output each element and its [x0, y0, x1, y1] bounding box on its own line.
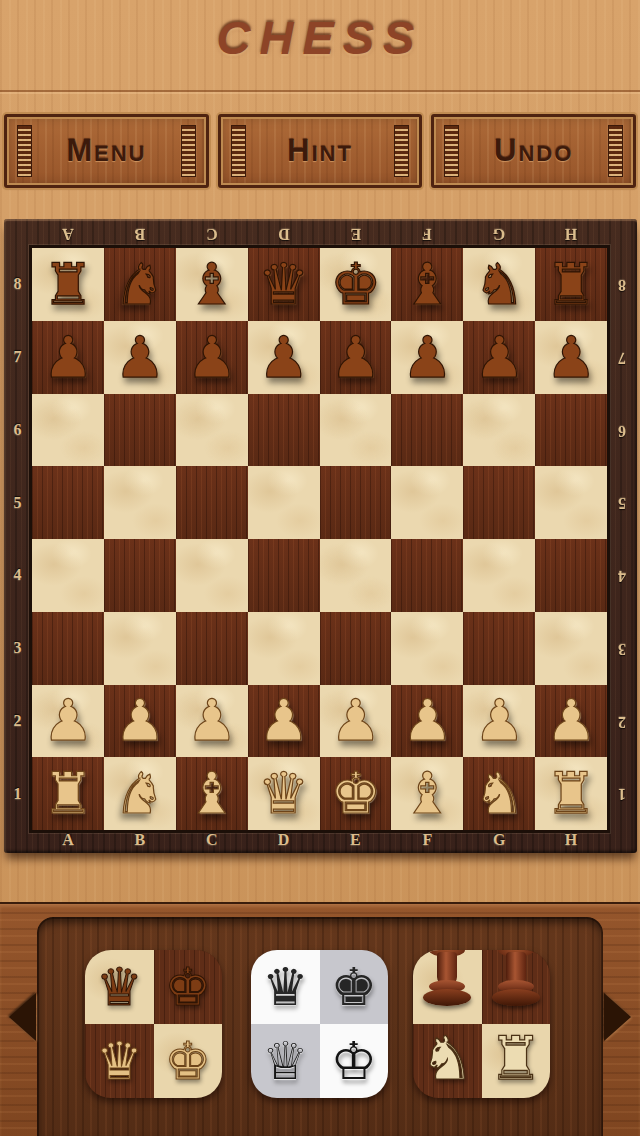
square-h7[interactable]: ♟	[535, 321, 607, 394]
square-f7[interactable]: ♟	[391, 321, 463, 394]
theme-tile-wood[interactable]: ♛♚♛♚	[85, 950, 222, 1098]
square-c5[interactable]	[176, 466, 248, 539]
square-h2[interactable]: ♟	[535, 685, 607, 758]
black-queen[interactable]: ♛	[258, 256, 309, 313]
square-b2[interactable]: ♟	[104, 685, 176, 758]
button-ornament-icon	[444, 125, 459, 177]
square-c6[interactable]	[176, 394, 248, 467]
square-d4[interactable]	[248, 539, 320, 612]
white-pawn[interactable]: ♟	[114, 692, 165, 749]
square-e4[interactable]	[320, 539, 392, 612]
square-f3[interactable]	[391, 612, 463, 685]
theme-preview-king-icon: ♚	[164, 1035, 211, 1087]
button-ornament-icon	[17, 125, 32, 177]
theme-tile-classic[interactable]: ♛♚♕♔	[251, 950, 388, 1098]
theme-tile-cell: ♛	[85, 950, 154, 1024]
square-g5[interactable]	[463, 466, 535, 539]
black-pawn[interactable]: ♟	[546, 329, 597, 386]
square-a2[interactable]: ♟	[32, 685, 104, 758]
square-d5[interactable]	[248, 466, 320, 539]
theme-preview-king-icon: ♔	[330, 1035, 377, 1087]
black-pawn[interactable]: ♟	[114, 329, 165, 386]
board-squares: ♜♞♝♛♚♝♞♜♟♟♟♟♟♟♟♟♟♟♟♟♟♟♟♟♜♞♝♛♚♝♞♜	[32, 248, 607, 830]
square-g8[interactable]: ♞	[463, 248, 535, 321]
menu-button-label: Menu	[66, 133, 146, 169]
white-rook[interactable]: ♜	[546, 765, 597, 822]
square-e1[interactable]: ♚	[320, 757, 392, 830]
square-h3[interactable]	[535, 612, 607, 685]
square-f8[interactable]: ♝	[391, 248, 463, 321]
button-ornament-icon	[231, 125, 246, 177]
theme-tile-cell	[413, 950, 482, 1024]
button-ornament-icon	[394, 125, 409, 177]
square-f1[interactable]: ♝	[391, 757, 463, 830]
square-e2[interactable]: ♟	[320, 685, 392, 758]
theme-preview-knight-icon: ♞	[420, 1028, 474, 1088]
hint-button-label: Hint	[287, 133, 353, 169]
white-rook[interactable]: ♜	[42, 765, 93, 822]
black-pawn[interactable]: ♟	[402, 329, 453, 386]
white-pawn[interactable]: ♟	[474, 692, 525, 749]
square-c4[interactable]	[176, 539, 248, 612]
square-e6[interactable]	[320, 394, 392, 467]
square-g6[interactable]	[463, 394, 535, 467]
square-d1[interactable]: ♛	[248, 757, 320, 830]
square-h1[interactable]: ♜	[535, 757, 607, 830]
square-b1[interactable]: ♞	[104, 757, 176, 830]
3d-piece-base-icon	[482, 950, 551, 1024]
chess-app-screen: CHESS Menu Hint Undo ABCDEFGH ABCDEFGH 8…	[0, 0, 640, 1136]
black-bishop[interactable]: ♝	[402, 256, 453, 313]
theme-preview-rook-icon: ♜	[489, 1028, 543, 1088]
square-b6[interactable]	[104, 394, 176, 467]
square-b4[interactable]	[104, 539, 176, 612]
square-h6[interactable]	[535, 394, 607, 467]
white-pawn[interactable]: ♟	[258, 692, 309, 749]
white-pawn[interactable]: ♟	[186, 692, 237, 749]
hint-button[interactable]: Hint	[218, 114, 423, 188]
black-knight[interactable]: ♞	[114, 256, 165, 313]
carousel-right-arrow-icon[interactable]	[604, 993, 631, 1041]
square-a6[interactable]	[32, 394, 104, 467]
white-queen[interactable]: ♛	[258, 765, 309, 822]
square-d8[interactable]: ♛	[248, 248, 320, 321]
theme-tile-cell: ♕	[251, 1024, 320, 1098]
white-knight[interactable]: ♞	[474, 765, 525, 822]
black-knight[interactable]: ♞	[474, 256, 525, 313]
white-pawn[interactable]: ♟	[546, 692, 597, 749]
black-pawn[interactable]: ♟	[330, 329, 381, 386]
square-d3[interactable]	[248, 612, 320, 685]
square-c1[interactable]: ♝	[176, 757, 248, 830]
square-e3[interactable]	[320, 612, 392, 685]
square-g7[interactable]: ♟	[463, 321, 535, 394]
theme-preview-queen-icon: ♛	[96, 961, 143, 1013]
theme-carousel: ♛♚♛♚ ♛♚♕♔ ♞♜	[0, 902, 640, 1136]
theme-tile-cell: ♚	[320, 950, 389, 1024]
button-ornament-icon	[181, 125, 196, 177]
square-g3[interactable]	[463, 612, 535, 685]
undo-button-label: Undo	[494, 133, 573, 169]
white-pawn[interactable]: ♟	[42, 692, 93, 749]
theme-tile-cell: ♛	[251, 950, 320, 1024]
black-pawn[interactable]: ♟	[474, 329, 525, 386]
theme-tile-cell: ♛	[85, 1024, 154, 1098]
white-pawn[interactable]: ♟	[402, 692, 453, 749]
app-title: CHESS	[0, 10, 640, 65]
square-e5[interactable]	[320, 466, 392, 539]
app-header: CHESS	[0, 0, 640, 92]
black-pawn[interactable]: ♟	[258, 329, 309, 386]
carousel-left-arrow-icon[interactable]	[9, 993, 36, 1041]
white-bishop[interactable]: ♝	[186, 765, 237, 822]
square-b7[interactable]: ♟	[104, 321, 176, 394]
theme-preview-queen-icon: ♛	[262, 961, 309, 1013]
button-ornament-icon	[608, 125, 623, 177]
white-bishop[interactable]: ♝	[402, 765, 453, 822]
square-h4[interactable]	[535, 539, 607, 612]
theme-preview-queen-icon: ♕	[262, 1035, 309, 1087]
theme-preview-queen-icon: ♛	[96, 1035, 143, 1087]
square-a8[interactable]: ♜	[32, 248, 104, 321]
square-f2[interactable]: ♟	[391, 685, 463, 758]
theme-tile-cell: ♚	[154, 1024, 223, 1098]
toolbar: Menu Hint Undo	[4, 114, 636, 188]
theme-tile-cell: ♚	[154, 950, 223, 1024]
black-pawn[interactable]: ♟	[186, 329, 237, 386]
black-pawn[interactable]: ♟	[42, 329, 93, 386]
square-c7[interactable]: ♟	[176, 321, 248, 394]
square-b8[interactable]: ♞	[104, 248, 176, 321]
black-rook[interactable]: ♜	[42, 256, 93, 313]
black-rook[interactable]: ♜	[546, 256, 597, 313]
black-bishop[interactable]: ♝	[186, 256, 237, 313]
square-b3[interactable]	[104, 612, 176, 685]
square-b5[interactable]	[104, 466, 176, 539]
theme-tile-cell	[482, 950, 551, 1024]
theme-preview-king-icon: ♚	[164, 961, 211, 1013]
theme-tile-cell: ♞	[413, 1024, 482, 1098]
square-h8[interactable]: ♜	[535, 248, 607, 321]
square-f4[interactable]	[391, 539, 463, 612]
square-g1[interactable]: ♞	[463, 757, 535, 830]
square-c2[interactable]: ♟	[176, 685, 248, 758]
theme-tile-3d[interactable]: ♞♜	[413, 950, 550, 1098]
theme-tile-cell: ♔	[320, 1024, 389, 1098]
square-g4[interactable]	[463, 539, 535, 612]
menu-button[interactable]: Menu	[4, 114, 209, 188]
square-e8[interactable]: ♚	[320, 248, 392, 321]
square-a4[interactable]	[32, 539, 104, 612]
white-knight[interactable]: ♞	[114, 765, 165, 822]
white-king[interactable]: ♚	[330, 765, 381, 822]
square-a1[interactable]: ♜	[32, 757, 104, 830]
square-d2[interactable]: ♟	[248, 685, 320, 758]
square-a3[interactable]	[32, 612, 104, 685]
white-pawn[interactable]: ♟	[330, 692, 381, 749]
square-f5[interactable]	[391, 466, 463, 539]
black-king[interactable]: ♚	[330, 256, 381, 313]
square-a7[interactable]: ♟	[32, 321, 104, 394]
square-f6[interactable]	[391, 394, 463, 467]
square-h5[interactable]	[535, 466, 607, 539]
square-c8[interactable]: ♝	[176, 248, 248, 321]
theme-preview-king-icon: ♚	[330, 961, 377, 1013]
undo-button[interactable]: Undo	[431, 114, 636, 188]
square-d7[interactable]: ♟	[248, 321, 320, 394]
square-a5[interactable]	[32, 466, 104, 539]
square-c3[interactable]	[176, 612, 248, 685]
square-g2[interactable]: ♟	[463, 685, 535, 758]
square-d6[interactable]	[248, 394, 320, 467]
square-e7[interactable]: ♟	[320, 321, 392, 394]
theme-tile-cell: ♜	[482, 1024, 551, 1098]
3d-piece-base-icon	[413, 950, 482, 1024]
